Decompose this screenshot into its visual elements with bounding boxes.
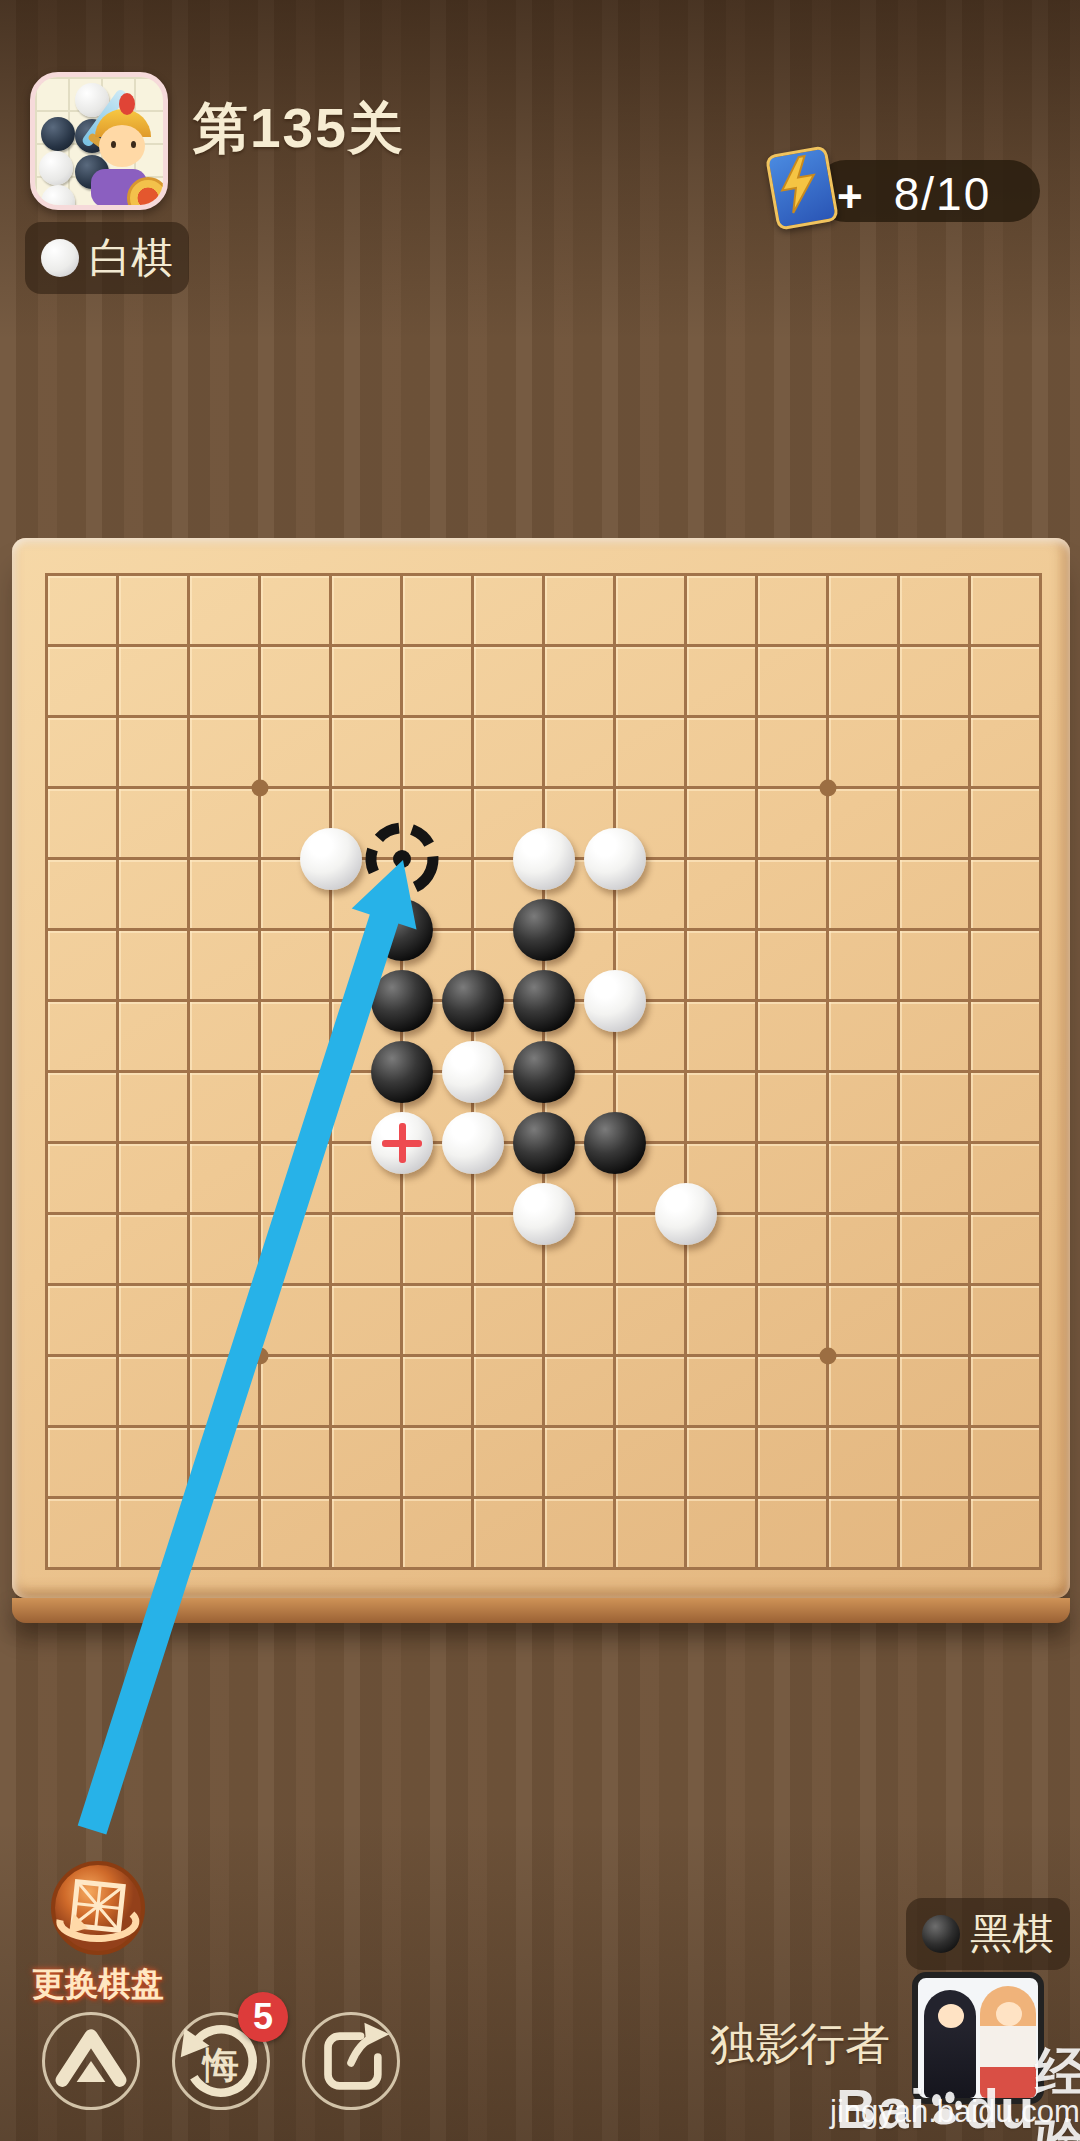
share-button[interactable] <box>302 2012 400 2110</box>
energy-pill[interactable]: + 8/10 <box>815 160 1040 222</box>
change-board-button[interactable]: 更换棋盘 <box>18 1860 178 2007</box>
white-stone <box>442 1112 504 1174</box>
black-stone <box>513 899 575 961</box>
black-stone <box>513 970 575 1032</box>
suggested-move-marker[interactable] <box>357 814 447 904</box>
white-stone <box>442 1041 504 1103</box>
knight-shield <box>127 177 168 210</box>
knight-eye <box>111 141 116 148</box>
black-stone <box>371 899 433 961</box>
helmet-plume <box>119 93 135 115</box>
avatar-face <box>938 2004 964 2028</box>
black-stone <box>584 1112 646 1174</box>
white-stone-icon <box>41 239 79 277</box>
level-title: 第135关 <box>193 92 405 166</box>
opponent-side-label: 黑棋 <box>970 1906 1054 1962</box>
gomoku-board[interactable] <box>12 538 1070 1598</box>
black-stone <box>371 970 433 1032</box>
knight-face <box>99 125 145 167</box>
black-stone <box>442 970 504 1032</box>
black-stone-icon <box>922 1915 960 1953</box>
app-screen: 第135关 白棋 + 8/10 <box>0 0 1080 2141</box>
watermark-url: jingyan.baidu.com <box>830 2094 1080 2130</box>
avatar-face <box>996 2002 1022 2026</box>
energy-plus-icon: + <box>837 172 863 222</box>
board-bottom-edge <box>12 1598 1070 1623</box>
hint-button[interactable] <box>42 2012 140 2110</box>
chevron-up-icon <box>45 2015 137 2107</box>
white-stone <box>655 1183 717 1245</box>
undo-count-badge: 5 <box>238 1992 288 2042</box>
player-side-label: 白棋 <box>89 230 173 286</box>
white-stone <box>300 828 362 890</box>
black-stone <box>371 1041 433 1103</box>
opponent-side-badge: 黑棋 <box>906 1898 1070 1970</box>
star-point <box>819 1347 836 1364</box>
mini-black-stone <box>41 117 75 151</box>
white-stone <box>584 828 646 890</box>
share-icon <box>305 2015 397 2107</box>
white-stone <box>513 1183 575 1245</box>
knight-eye <box>131 141 136 148</box>
undo-label: 悔 <box>175 2041 267 2090</box>
last-move-marker <box>382 1123 422 1163</box>
black-stone <box>513 1112 575 1174</box>
change-board-icon <box>48 1860 148 1960</box>
white-stone <box>513 828 575 890</box>
player-avatar[interactable] <box>30 72 168 210</box>
board-grid[interactable] <box>45 573 1042 1570</box>
mini-white-stone <box>39 151 73 185</box>
star-point <box>251 1347 268 1364</box>
star-point <box>819 779 836 796</box>
player-side-badge: 白棋 <box>25 222 189 294</box>
change-board-label: 更换棋盘 <box>18 1962 178 2007</box>
star-point <box>251 779 268 796</box>
white-stone <box>584 970 646 1032</box>
black-stone <box>513 1041 575 1103</box>
